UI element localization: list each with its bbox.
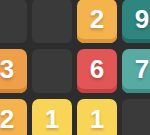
tile-number: 9 — [135, 6, 149, 32]
tile-number: 1 — [90, 106, 104, 132]
tile-number: 2 — [90, 6, 104, 32]
game-board: 29367211 — [0, 0, 150, 135]
empty-cell — [122, 99, 150, 135]
tile-1[interactable]: 1 — [32, 99, 72, 135]
empty-cell — [0, 0, 27, 43]
tile-2[interactable]: 2 — [0, 99, 27, 135]
tile-number: 7 — [135, 56, 149, 82]
tile-9[interactable]: 9 — [122, 0, 150, 43]
tile-6[interactable]: 6 — [77, 49, 117, 93]
empty-cell — [32, 49, 72, 93]
tile-number: 3 — [0, 56, 14, 82]
tile-1[interactable]: 1 — [77, 99, 117, 135]
tile-3[interactable]: 3 — [0, 49, 27, 93]
tile-7[interactable]: 7 — [122, 49, 150, 93]
tile-number: 2 — [0, 106, 14, 132]
tile-2[interactable]: 2 — [77, 0, 117, 43]
tile-number: 1 — [45, 106, 59, 132]
empty-cell — [32, 0, 72, 43]
tile-grid: 29367211 — [0, 0, 150, 135]
tile-number: 6 — [90, 56, 104, 82]
